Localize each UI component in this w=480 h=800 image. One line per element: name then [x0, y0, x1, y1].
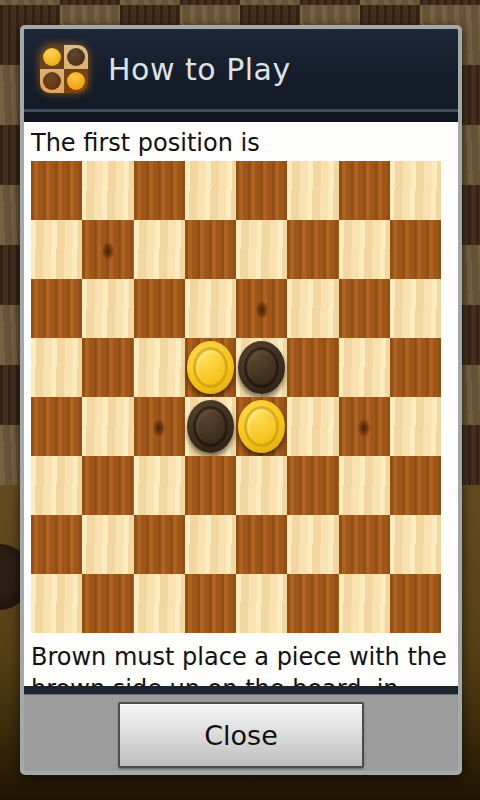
- brown-disc: [238, 341, 285, 394]
- board-square: [134, 515, 185, 574]
- board-square: [287, 161, 338, 220]
- board-square: [339, 397, 390, 456]
- wood-knot: [153, 419, 165, 437]
- board-square: [236, 161, 287, 220]
- dialog-title: How to Play: [108, 52, 291, 87]
- dialog-footer: Close: [24, 694, 458, 771]
- board-square: [82, 220, 133, 279]
- board-square: [390, 220, 441, 279]
- board-square: [236, 574, 287, 633]
- board-square: [236, 397, 287, 456]
- board-square: [339, 220, 390, 279]
- board-square: [31, 397, 82, 456]
- board-square: [287, 279, 338, 338]
- icon-brown-disc: [67, 48, 85, 66]
- icon-square-dark: [64, 69, 88, 93]
- brown-disc: [187, 400, 234, 453]
- dialog-body: The first position is Brown must place a…: [24, 122, 458, 686]
- icon-yellow-disc: [43, 48, 61, 66]
- icon-yellow-disc: [67, 72, 85, 90]
- board-square: [390, 279, 441, 338]
- board-square: [236, 338, 287, 397]
- board-square: [82, 515, 133, 574]
- board-square: [134, 574, 185, 633]
- yellow-disc: [238, 400, 285, 453]
- board-square: [390, 574, 441, 633]
- intro-text: The first position is: [31, 127, 452, 159]
- header-strip: [24, 112, 458, 122]
- board-square: [287, 338, 338, 397]
- board-square: [31, 574, 82, 633]
- icon-square-light: [64, 45, 88, 69]
- board-square: [287, 515, 338, 574]
- yellow-disc: [187, 341, 234, 394]
- body-text: Brown must place a piece with the brown …: [31, 641, 452, 686]
- board-square: [339, 338, 390, 397]
- board-square: [339, 574, 390, 633]
- board-square: [134, 338, 185, 397]
- body-footer-divider: [24, 686, 458, 694]
- board-square: [390, 456, 441, 515]
- board-square: [185, 220, 236, 279]
- board-square: [185, 279, 236, 338]
- board-square: [390, 515, 441, 574]
- board-square: [185, 397, 236, 456]
- board-square: [31, 338, 82, 397]
- board-square: [236, 456, 287, 515]
- icon-brown-disc: [43, 72, 61, 90]
- app-icon: [40, 45, 88, 93]
- board-square: [287, 574, 338, 633]
- board-square: [31, 279, 82, 338]
- board-square: [31, 220, 82, 279]
- board-square: [31, 456, 82, 515]
- board-square: [287, 456, 338, 515]
- board-square: [185, 161, 236, 220]
- board-square: [134, 456, 185, 515]
- board-square: [31, 161, 82, 220]
- icon-square-light: [40, 69, 64, 93]
- wood-knot: [256, 301, 268, 319]
- board-square: [390, 397, 441, 456]
- board-square: [185, 456, 236, 515]
- game-screen: How to Play The first position is Brown …: [0, 0, 480, 800]
- board-square: [82, 456, 133, 515]
- board-square: [185, 574, 236, 633]
- board-square: [390, 338, 441, 397]
- board-square: [236, 515, 287, 574]
- board-square: [339, 279, 390, 338]
- board-square: [31, 515, 82, 574]
- tutorial-board: [31, 161, 441, 633]
- how-to-play-dialog: How to Play The first position is Brown …: [20, 25, 462, 775]
- board-square: [134, 397, 185, 456]
- board-square: [339, 515, 390, 574]
- board-square: [390, 161, 441, 220]
- board-square: [236, 220, 287, 279]
- board-square: [82, 338, 133, 397]
- board-square: [82, 574, 133, 633]
- icon-square-dark: [40, 45, 64, 69]
- close-button[interactable]: Close: [118, 702, 364, 768]
- board-square: [185, 338, 236, 397]
- board-square: [339, 161, 390, 220]
- board-square: [82, 279, 133, 338]
- dialog-header: How to Play: [24, 29, 458, 109]
- wood-knot: [102, 242, 114, 260]
- board-square: [134, 279, 185, 338]
- board-square: [134, 161, 185, 220]
- board-square: [82, 161, 133, 220]
- board-square: [287, 220, 338, 279]
- board-square: [134, 220, 185, 279]
- wood-knot: [358, 419, 370, 437]
- board-square: [236, 279, 287, 338]
- board-square: [287, 397, 338, 456]
- board-square: [339, 456, 390, 515]
- board-square: [82, 397, 133, 456]
- board-square: [185, 515, 236, 574]
